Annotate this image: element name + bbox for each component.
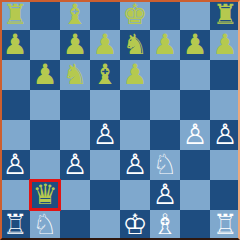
square-h5[interactable] [210,90,240,120]
square-h2[interactable] [210,180,240,210]
square-f7[interactable]: ♟ [150,30,180,60]
piece-black-rook[interactable]: ♜ [2,0,27,30]
piece-black-king[interactable]: ♚ [122,0,147,30]
piece-black-pawn[interactable]: ♟ [182,30,207,60]
square-h7[interactable]: ♟ [210,30,240,60]
square-d3[interactable] [90,150,120,180]
square-a4[interactable] [0,120,30,150]
piece-white-pawn[interactable]: ♙ [212,120,237,150]
square-f3[interactable]: ♘ [150,150,180,180]
square-c6[interactable]: ♞ [60,60,90,90]
square-g4[interactable]: ♙ [180,120,210,150]
square-e1[interactable]: ♔ [120,210,150,240]
piece-white-knight[interactable]: ♘ [32,210,57,240]
square-b7[interactable] [30,30,60,60]
square-g1[interactable] [180,210,210,240]
piece-black-bishop[interactable]: ♝ [92,60,117,90]
square-g6[interactable] [180,60,210,90]
square-h1[interactable]: ♖ [210,210,240,240]
square-a8[interactable]: ♜ [0,0,30,30]
square-e8[interactable]: ♚ [120,0,150,30]
square-c5[interactable] [60,90,90,120]
square-d5[interactable] [90,90,120,120]
square-b5[interactable] [30,90,60,120]
square-f8[interactable] [150,0,180,30]
piece-black-pawn[interactable]: ♟ [62,30,87,60]
square-a2[interactable] [0,180,30,210]
piece-white-pawn[interactable]: ♙ [182,120,207,150]
square-b6[interactable]: ♟ [30,60,60,90]
piece-black-queen[interactable]: ♛ [32,180,57,210]
piece-white-pawn[interactable]: ♙ [122,150,147,180]
square-c3[interactable]: ♙ [60,150,90,180]
square-b2-highlighted[interactable]: ♛ [30,180,60,210]
square-f1[interactable]: ♗ [150,210,180,240]
square-c7[interactable]: ♟ [60,30,90,60]
piece-white-knight[interactable]: ♘ [152,150,177,180]
square-e4[interactable] [120,120,150,150]
piece-white-pawn[interactable]: ♙ [2,150,27,180]
square-c1[interactable] [60,210,90,240]
square-d8[interactable] [90,0,120,30]
piece-white-king[interactable]: ♔ [122,210,147,240]
square-h6[interactable] [210,60,240,90]
square-g7[interactable]: ♟ [180,30,210,60]
piece-white-pawn[interactable]: ♙ [62,150,87,180]
square-e6[interactable]: ♟ [120,60,150,90]
square-a6[interactable] [0,60,30,90]
square-h4[interactable]: ♙ [210,120,240,150]
square-a7[interactable]: ♟ [0,30,30,60]
piece-black-pawn[interactable]: ♟ [2,30,27,60]
square-d2[interactable] [90,180,120,210]
square-e3[interactable]: ♙ [120,150,150,180]
square-c8[interactable]: ♝ [60,0,90,30]
piece-white-pawn[interactable]: ♙ [92,120,117,150]
square-g2[interactable] [180,180,210,210]
piece-black-pawn[interactable]: ♟ [212,30,237,60]
piece-white-rook[interactable]: ♖ [2,210,27,240]
piece-white-pawn[interactable]: ♙ [152,180,177,210]
piece-black-rook[interactable]: ♜ [212,0,237,30]
square-f4[interactable] [150,120,180,150]
square-a3[interactable]: ♙ [0,150,30,180]
piece-black-pawn[interactable]: ♟ [92,30,117,60]
square-b3[interactable] [30,150,60,180]
piece-black-knight[interactable]: ♞ [122,30,147,60]
square-c2[interactable] [60,180,90,210]
square-d4[interactable]: ♙ [90,120,120,150]
square-c4[interactable] [60,120,90,150]
square-b1[interactable]: ♘ [30,210,60,240]
square-d1[interactable] [90,210,120,240]
piece-black-pawn[interactable]: ♟ [152,30,177,60]
square-h8[interactable]: ♜ [210,0,240,30]
piece-black-bishop[interactable]: ♝ [62,0,87,30]
square-g5[interactable] [180,90,210,120]
square-d7[interactable]: ♟ [90,30,120,60]
square-g8[interactable] [180,0,210,30]
square-f2[interactable]: ♙ [150,180,180,210]
square-g3[interactable] [180,150,210,180]
square-e5[interactable] [120,90,150,120]
square-e2[interactable] [120,180,150,210]
square-e7[interactable]: ♞ [120,30,150,60]
square-b4[interactable] [30,120,60,150]
piece-black-pawn[interactable]: ♟ [32,60,57,90]
square-f5[interactable] [150,90,180,120]
piece-white-rook[interactable]: ♖ [212,210,237,240]
square-d6[interactable]: ♝ [90,60,120,90]
square-f6[interactable] [150,60,180,90]
square-h3[interactable] [210,150,240,180]
square-a5[interactable] [0,90,30,120]
piece-white-bishop[interactable]: ♗ [152,210,177,240]
square-a1[interactable]: ♖ [0,210,30,240]
piece-black-knight[interactable]: ♞ [62,60,87,90]
square-b8[interactable] [30,0,60,30]
piece-black-pawn[interactable]: ♟ [122,60,147,90]
chess-board: ♜♝♚♜♟♟♟♞♟♟♟♟♞♝♟♙♙♙♙♙♙♘♛♙♖♘♔♗♖ [0,0,240,240]
chess-board-grid: ♜♝♚♜♟♟♟♞♟♟♟♟♞♝♟♙♙♙♙♙♙♘♛♙♖♘♔♗♖ [0,0,240,240]
